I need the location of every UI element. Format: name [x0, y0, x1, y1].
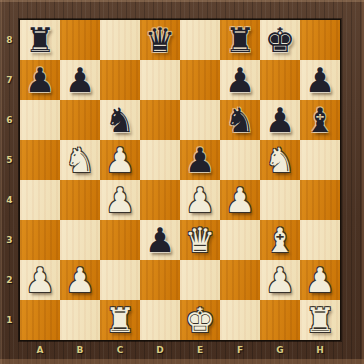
file-label-h: H — [300, 342, 340, 357]
square-g5[interactable]: ♞ — [260, 140, 300, 180]
square-h3[interactable] — [300, 220, 340, 260]
square-h6[interactable]: ♝ — [300, 100, 340, 140]
square-b8[interactable] — [60, 20, 100, 60]
white-knight[interactable]: ♞ — [265, 140, 295, 180]
square-b6[interactable] — [60, 100, 100, 140]
black-king[interactable]: ♚ — [265, 20, 295, 60]
square-e5[interactable]: ♟ — [180, 140, 220, 180]
square-h8[interactable] — [300, 20, 340, 60]
square-a2[interactable]: ♟ — [20, 260, 60, 300]
square-c4[interactable]: ♟ — [100, 180, 140, 220]
white-pawn[interactable]: ♟ — [225, 180, 255, 220]
square-a5[interactable] — [20, 140, 60, 180]
rank-label-6: 6 — [1, 100, 18, 140]
square-e4[interactable]: ♟ — [180, 180, 220, 220]
square-b7[interactable]: ♟ — [60, 60, 100, 100]
square-f4[interactable]: ♟ — [220, 180, 260, 220]
square-d3[interactable]: ♟ — [140, 220, 180, 260]
white-pawn[interactable]: ♟ — [265, 260, 295, 300]
square-b4[interactable] — [60, 180, 100, 220]
file-label-g: G — [260, 342, 300, 357]
file-label-e: E — [180, 342, 220, 357]
square-g1[interactable] — [260, 300, 300, 340]
white-rook[interactable]: ♜ — [105, 300, 135, 340]
white-king[interactable]: ♚ — [185, 300, 215, 340]
black-bishop[interactable]: ♝ — [305, 100, 335, 140]
rank-label-7: 7 — [1, 60, 18, 100]
white-pawn[interactable]: ♟ — [105, 140, 135, 180]
black-pawn[interactable]: ♟ — [305, 60, 335, 100]
square-d5[interactable] — [140, 140, 180, 180]
square-h1[interactable]: ♜ — [300, 300, 340, 340]
square-e1[interactable]: ♚ — [180, 300, 220, 340]
file-label-b: B — [60, 342, 100, 357]
square-c8[interactable] — [100, 20, 140, 60]
white-queen[interactable]: ♛ — [185, 220, 215, 260]
white-rook[interactable]: ♜ — [305, 300, 335, 340]
black-knight[interactable]: ♞ — [225, 100, 255, 140]
black-pawn[interactable]: ♟ — [25, 60, 55, 100]
white-pawn[interactable]: ♟ — [65, 260, 95, 300]
black-pawn[interactable]: ♟ — [185, 140, 215, 180]
rank-label-8: 8 — [1, 20, 18, 60]
white-pawn[interactable]: ♟ — [105, 180, 135, 220]
square-h5[interactable] — [300, 140, 340, 180]
square-c3[interactable] — [100, 220, 140, 260]
square-b5[interactable]: ♞ — [60, 140, 100, 180]
rank-label-2: 2 — [1, 260, 18, 300]
white-pawn[interactable]: ♟ — [305, 260, 335, 300]
white-bishop[interactable]: ♝ — [265, 220, 295, 260]
black-knight[interactable]: ♞ — [105, 100, 135, 140]
square-c6[interactable]: ♞ — [100, 100, 140, 140]
square-f1[interactable] — [220, 300, 260, 340]
square-c5[interactable]: ♟ — [100, 140, 140, 180]
file-label-c: C — [100, 342, 140, 357]
black-queen[interactable]: ♛ — [145, 20, 175, 60]
square-e3[interactable]: ♛ — [180, 220, 220, 260]
square-c7[interactable] — [100, 60, 140, 100]
square-e6[interactable] — [180, 100, 220, 140]
white-knight[interactable]: ♞ — [65, 140, 95, 180]
rank-label-4: 4 — [1, 180, 18, 220]
file-label-f: F — [220, 342, 260, 357]
square-h2[interactable]: ♟ — [300, 260, 340, 300]
black-pawn[interactable]: ♟ — [265, 100, 295, 140]
square-h4[interactable] — [300, 180, 340, 220]
square-d6[interactable] — [140, 100, 180, 140]
square-d2[interactable] — [140, 260, 180, 300]
square-d7[interactable] — [140, 60, 180, 100]
square-f6[interactable]: ♞ — [220, 100, 260, 140]
black-rook[interactable]: ♜ — [25, 20, 55, 60]
square-h7[interactable]: ♟ — [300, 60, 340, 100]
square-b2[interactable]: ♟ — [60, 260, 100, 300]
square-c1[interactable]: ♜ — [100, 300, 140, 340]
square-b3[interactable] — [60, 220, 100, 260]
black-pawn[interactable]: ♟ — [145, 220, 175, 260]
square-a1[interactable] — [20, 300, 60, 340]
square-g3[interactable]: ♝ — [260, 220, 300, 260]
black-pawn[interactable]: ♟ — [225, 60, 255, 100]
square-f5[interactable] — [220, 140, 260, 180]
square-g8[interactable]: ♚ — [260, 20, 300, 60]
square-a3[interactable] — [20, 220, 60, 260]
file-label-d: D — [140, 342, 180, 357]
white-pawn[interactable]: ♟ — [25, 260, 55, 300]
square-e8[interactable] — [180, 20, 220, 60]
square-g6[interactable]: ♟ — [260, 100, 300, 140]
rank-label-3: 3 — [1, 220, 18, 260]
black-rook[interactable]: ♜ — [225, 20, 255, 60]
square-g7[interactable] — [260, 60, 300, 100]
square-a4[interactable] — [20, 180, 60, 220]
square-c2[interactable] — [100, 260, 140, 300]
rank-label-5: 5 — [1, 140, 18, 180]
square-a8[interactable]: ♜ — [20, 20, 60, 60]
square-f8[interactable]: ♜ — [220, 20, 260, 60]
square-f7[interactable]: ♟ — [220, 60, 260, 100]
chess-board: ♜♛♜♚♟♟♟♟♞♞♟♝♞♟♟♞♟♟♟♟♛♝♟♟♟♟♜♚♜ — [19, 19, 341, 341]
square-f2[interactable] — [220, 260, 260, 300]
chess-app: ♜♛♜♚♟♟♟♟♞♞♟♝♞♟♟♞♟♟♟♟♛♝♟♟♟♟♜♚♜ 87654321AB… — [0, 0, 364, 364]
square-g2[interactable]: ♟ — [260, 260, 300, 300]
rank-label-1: 1 — [1, 300, 18, 340]
square-a7[interactable]: ♟ — [20, 60, 60, 100]
square-g4[interactable] — [260, 180, 300, 220]
square-d8[interactable]: ♛ — [140, 20, 180, 60]
square-d4[interactable] — [140, 180, 180, 220]
white-pawn[interactable]: ♟ — [185, 180, 215, 220]
black-pawn[interactable]: ♟ — [65, 60, 95, 100]
square-b1[interactable] — [60, 300, 100, 340]
square-e2[interactable] — [180, 260, 220, 300]
square-f3[interactable] — [220, 220, 260, 260]
square-d1[interactable] — [140, 300, 180, 340]
square-a6[interactable] — [20, 100, 60, 140]
square-e7[interactable] — [180, 60, 220, 100]
file-label-a: A — [20, 342, 60, 357]
